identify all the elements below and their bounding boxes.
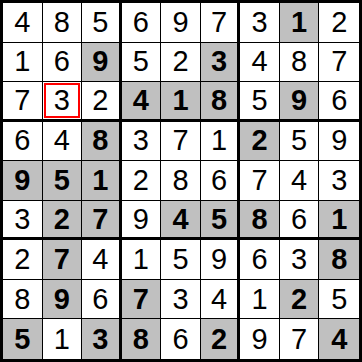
solved-digit: 9 xyxy=(252,325,268,354)
solved-digit: 3 xyxy=(54,86,70,115)
cell-r3c2[interactable]: 3 xyxy=(43,82,83,122)
cell-r3c1[interactable]: 7 xyxy=(3,82,43,122)
cell-r2c2[interactable]: 6 xyxy=(43,43,83,83)
solved-digit: 1 xyxy=(211,126,227,155)
cell-r3c8[interactable]: 9 xyxy=(280,82,320,122)
cell-r9c8[interactable]: 7 xyxy=(280,319,320,359)
given-digit: 3 xyxy=(92,325,108,354)
given-digit: 9 xyxy=(291,86,307,115)
cell-r7c5[interactable]: 5 xyxy=(161,240,201,280)
solved-digit: 6 xyxy=(172,325,188,354)
cell-r9c5[interactable]: 6 xyxy=(161,319,201,359)
given-digit: 2 xyxy=(211,325,227,354)
cell-r4c1[interactable]: 6 xyxy=(3,122,43,162)
cell-r7c6[interactable]: 9 xyxy=(201,240,241,280)
cell-r4c3[interactable]: 8 xyxy=(82,122,122,162)
given-digit: 7 xyxy=(133,285,149,314)
solved-digit: 6 xyxy=(92,285,108,314)
given-digit: 8 xyxy=(133,325,149,354)
cell-r2c6[interactable]: 3 xyxy=(201,43,241,83)
given-digit: 4 xyxy=(172,205,188,234)
cell-r5c6[interactable]: 6 xyxy=(201,161,241,201)
solved-digit: 5 xyxy=(331,285,347,314)
cell-r7c4[interactable]: 1 xyxy=(122,240,162,280)
solved-digit: 3 xyxy=(133,126,149,155)
cell-r7c7[interactable]: 6 xyxy=(240,240,280,280)
solved-digit: 8 xyxy=(14,285,30,314)
given-digit: 1 xyxy=(172,86,188,115)
solved-digit: 6 xyxy=(331,86,347,115)
solved-digit: 3 xyxy=(14,205,30,234)
solved-digit: 4 xyxy=(92,245,108,274)
cell-r8c9[interactable]: 5 xyxy=(319,280,359,320)
cell-r4c2[interactable]: 4 xyxy=(43,122,83,162)
cell-r1c3[interactable]: 5 xyxy=(82,3,122,43)
cell-r7c2[interactable]: 7 xyxy=(43,240,83,280)
solved-digit: 6 xyxy=(211,166,227,195)
solved-digit: 1 xyxy=(54,325,70,354)
cell-r5c3[interactable]: 1 xyxy=(82,161,122,201)
cell-r9c3[interactable]: 3 xyxy=(82,319,122,359)
cell-r1c6[interactable]: 7 xyxy=(201,3,241,43)
given-digit: 8 xyxy=(92,126,108,155)
solved-digit: 3 xyxy=(172,285,188,314)
cell-r8c7[interactable]: 1 xyxy=(240,280,280,320)
solved-digit: 4 xyxy=(54,126,70,155)
given-digit: 7 xyxy=(54,245,70,274)
cell-r3c7[interactable]: 5 xyxy=(240,82,280,122)
solved-digit: 5 xyxy=(92,8,108,37)
given-digit: 9 xyxy=(92,47,108,76)
given-digit: 9 xyxy=(14,166,30,195)
cell-r8c5[interactable]: 3 xyxy=(161,280,201,320)
given-digit: 5 xyxy=(211,205,227,234)
solved-digit: 6 xyxy=(252,245,268,274)
cell-r3c5[interactable]: 1 xyxy=(161,82,201,122)
solved-digit: 6 xyxy=(133,8,149,37)
solved-digit: 2 xyxy=(172,47,188,76)
cell-r9c1[interactable]: 5 xyxy=(3,319,43,359)
given-digit: 1 xyxy=(291,8,307,37)
cell-r1c2[interactable]: 8 xyxy=(43,3,83,43)
cell-r3c6[interactable]: 8 xyxy=(201,82,241,122)
solved-digit: 9 xyxy=(211,245,227,274)
given-digit: 4 xyxy=(133,86,149,115)
cell-r6c8[interactable]: 6 xyxy=(280,201,320,241)
cell-r6c6[interactable]: 5 xyxy=(201,201,241,241)
solved-digit: 2 xyxy=(133,166,149,195)
solved-digit: 3 xyxy=(252,8,268,37)
cell-r7c8[interactable]: 3 xyxy=(280,240,320,280)
given-digit: 7 xyxy=(92,205,108,234)
solved-digit: 4 xyxy=(211,285,227,314)
given-digit: 5 xyxy=(14,325,30,354)
solved-digit: 3 xyxy=(331,166,347,195)
solved-digit: 2 xyxy=(14,245,30,274)
cell-r5c9[interactable]: 3 xyxy=(319,161,359,201)
cell-r3c9[interactable]: 6 xyxy=(319,82,359,122)
solved-digit: 9 xyxy=(133,205,149,234)
cell-r6c1[interactable]: 3 xyxy=(3,201,43,241)
solved-digit: 7 xyxy=(331,47,347,76)
given-digit: 5 xyxy=(54,166,70,195)
solved-digit: 2 xyxy=(331,8,347,37)
cell-r9c6[interactable]: 2 xyxy=(201,319,241,359)
cell-r2c8[interactable]: 8 xyxy=(280,43,320,83)
solved-digit: 7 xyxy=(252,166,268,195)
given-digit: 4 xyxy=(331,325,347,354)
solved-digit: 6 xyxy=(14,126,30,155)
cell-r6c9[interactable]: 1 xyxy=(319,201,359,241)
cell-r1c8[interactable]: 1 xyxy=(280,3,320,43)
cell-r9c7[interactable]: 9 xyxy=(240,319,280,359)
cell-r2c7[interactable]: 4 xyxy=(240,43,280,83)
solved-digit: 4 xyxy=(14,8,30,37)
solved-digit: 5 xyxy=(291,126,307,155)
cell-r1c7[interactable]: 3 xyxy=(240,3,280,43)
cell-r1c4[interactable]: 6 xyxy=(122,3,162,43)
solved-digit: 6 xyxy=(54,47,70,76)
cell-r5c7[interactable]: 7 xyxy=(240,161,280,201)
given-digit: 2 xyxy=(54,205,70,234)
cell-r7c3[interactable]: 4 xyxy=(82,240,122,280)
given-digit: 1 xyxy=(92,166,108,195)
cell-r3c3[interactable]: 2 xyxy=(82,82,122,122)
given-digit: 9 xyxy=(54,285,70,314)
cell-r6c2[interactable]: 2 xyxy=(43,201,83,241)
cell-r6c3[interactable]: 7 xyxy=(82,201,122,241)
solved-digit: 2 xyxy=(92,86,108,115)
solved-digit: 5 xyxy=(172,245,188,274)
given-digit: 8 xyxy=(331,245,347,274)
cell-r6c5[interactable]: 4 xyxy=(161,201,201,241)
cell-r9c2[interactable]: 1 xyxy=(43,319,83,359)
cell-r9c9[interactable]: 4 xyxy=(319,319,359,359)
solved-digit: 7 xyxy=(172,126,188,155)
given-digit: 2 xyxy=(291,285,307,314)
cell-r2c9[interactable]: 7 xyxy=(319,43,359,83)
solved-digit: 8 xyxy=(172,166,188,195)
cell-r8c3[interactable]: 6 xyxy=(82,280,122,320)
solved-digit: 8 xyxy=(291,47,307,76)
solved-digit: 4 xyxy=(252,47,268,76)
cell-r9c4[interactable]: 8 xyxy=(122,319,162,359)
cell-r6c7[interactable]: 8 xyxy=(240,201,280,241)
cell-r5c5[interactable]: 8 xyxy=(161,161,201,201)
sudoku-board: 4856973121695234877324185966483712599512… xyxy=(0,0,362,362)
cell-r4c8[interactable]: 5 xyxy=(280,122,320,162)
cell-r5c4[interactable]: 2 xyxy=(122,161,162,201)
cell-r4c9[interactable]: 9 xyxy=(319,122,359,162)
solved-digit: 7 xyxy=(211,8,227,37)
solved-digit: 7 xyxy=(14,86,30,115)
cell-r1c5[interactable]: 9 xyxy=(161,3,201,43)
cell-r2c4[interactable]: 5 xyxy=(122,43,162,83)
cell-r6c4[interactable]: 9 xyxy=(122,201,162,241)
cell-r2c3[interactable]: 9 xyxy=(82,43,122,83)
cell-r1c9[interactable]: 2 xyxy=(319,3,359,43)
cell-r4c4[interactable]: 3 xyxy=(122,122,162,162)
solved-digit: 9 xyxy=(172,8,188,37)
solved-digit: 6 xyxy=(291,205,307,234)
solved-digit: 9 xyxy=(331,126,347,155)
given-digit: 8 xyxy=(252,205,268,234)
given-digit: 3 xyxy=(211,47,227,76)
solved-digit: 7 xyxy=(291,325,307,354)
given-digit: 1 xyxy=(331,205,347,234)
solved-digit: 1 xyxy=(14,47,30,76)
solved-digit: 5 xyxy=(133,47,149,76)
cell-r4c7[interactable]: 2 xyxy=(240,122,280,162)
cell-r5c8[interactable]: 4 xyxy=(280,161,320,201)
cell-r2c5[interactable]: 2 xyxy=(161,43,201,83)
cell-r4c5[interactable]: 7 xyxy=(161,122,201,162)
cell-r5c2[interactable]: 5 xyxy=(43,161,83,201)
cell-r8c4[interactable]: 7 xyxy=(122,280,162,320)
solved-digit: 5 xyxy=(252,86,268,115)
given-digit: 8 xyxy=(211,86,227,115)
cell-r8c1[interactable]: 8 xyxy=(3,280,43,320)
solved-digit: 1 xyxy=(252,285,268,314)
given-digit: 2 xyxy=(252,126,268,155)
cell-r2c1[interactable]: 1 xyxy=(3,43,43,83)
solved-digit: 4 xyxy=(291,166,307,195)
cell-r8c2[interactable]: 9 xyxy=(43,280,83,320)
cell-r8c6[interactable]: 4 xyxy=(201,280,241,320)
solved-digit: 3 xyxy=(291,245,307,274)
cell-r4c6[interactable]: 1 xyxy=(201,122,241,162)
solved-digit: 8 xyxy=(54,8,70,37)
cell-r7c9[interactable]: 8 xyxy=(319,240,359,280)
cell-r7c1[interactable]: 2 xyxy=(3,240,43,280)
solved-digit: 1 xyxy=(133,245,149,274)
cell-r5c1[interactable]: 9 xyxy=(3,161,43,201)
cell-r8c8[interactable]: 2 xyxy=(280,280,320,320)
cell-r3c4[interactable]: 4 xyxy=(122,82,162,122)
cell-r1c1[interactable]: 4 xyxy=(3,3,43,43)
